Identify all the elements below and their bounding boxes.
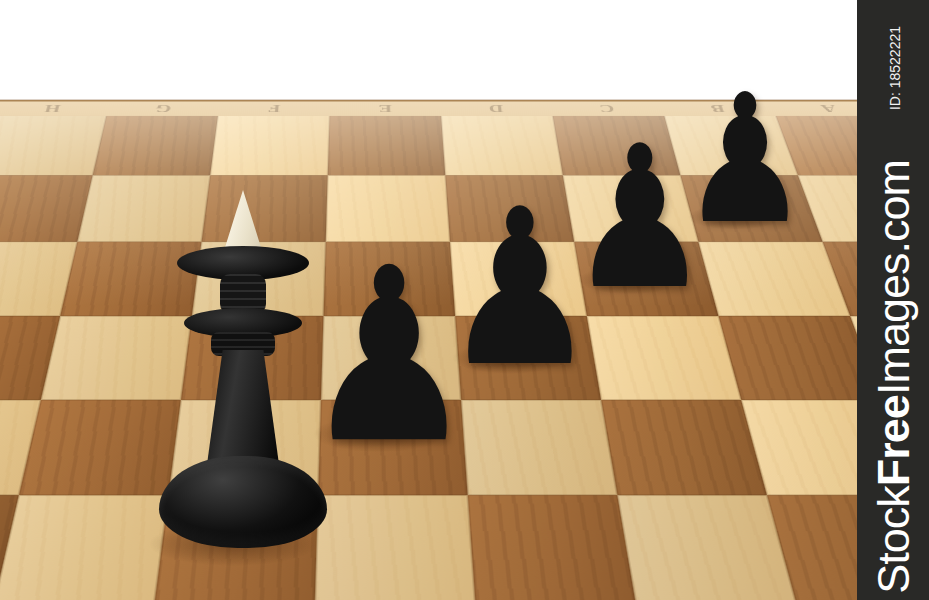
king-base — [159, 456, 327, 548]
stock-photo-stage: HGFEDCBA ♟♟♟♟ StockFreeImages.com ID: 18… — [0, 0, 929, 600]
square-d5[interactable] — [461, 400, 617, 495]
square-d6[interactable] — [468, 495, 636, 600]
square-e1[interactable] — [328, 116, 446, 176]
watermark-id: ID: 18522221 — [887, 26, 903, 110]
watermark-brand-prefix: Stock — [868, 486, 919, 594]
black-pawn-e5[interactable]: ♟ — [303, 236, 475, 476]
file-label-g: G — [106, 102, 219, 116]
file-label-h: H — [0, 102, 110, 116]
square-c6[interactable] — [617, 495, 796, 600]
file-label-d: D — [440, 102, 553, 116]
watermark-brand-bold: Free — [868, 395, 919, 486]
watermark-bar: StockFreeImages.com ID: 18522221 — [857, 0, 929, 600]
square-g1[interactable] — [93, 116, 218, 176]
black-king-f6[interactable] — [158, 190, 328, 548]
file-label-f: F — [218, 102, 330, 116]
square-g5[interactable] — [19, 400, 181, 495]
square-g6[interactable] — [0, 495, 168, 600]
square-h1[interactable] — [0, 116, 106, 176]
watermark-brand-suffix: Images.com — [868, 160, 919, 395]
square-c5[interactable] — [601, 400, 767, 495]
square-e6[interactable] — [315, 495, 476, 600]
square-f1[interactable] — [210, 116, 329, 176]
watermark-brand: StockFreeImages.com — [868, 160, 920, 594]
file-label-e: E — [330, 102, 442, 116]
